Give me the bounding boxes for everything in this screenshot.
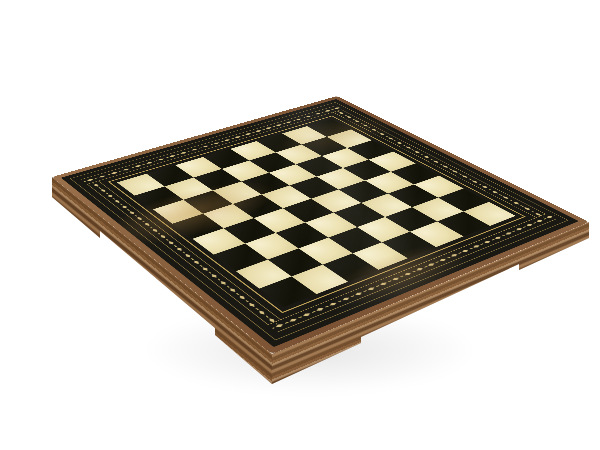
dot-inlay-icon	[113, 198, 115, 199]
diamond-inlay-icon	[328, 302, 338, 307]
diamond-inlay-icon	[523, 207, 532, 211]
diamond-inlay-icon	[122, 168, 130, 171]
dot-inlay-icon	[421, 154, 423, 155]
dot-inlay-icon	[377, 285, 380, 286]
dot-inlay-icon	[155, 160, 157, 161]
dot-inlay-icon	[340, 107, 342, 108]
diamond-inlay-icon	[212, 142, 220, 145]
diamond-inlay-icon	[157, 158, 165, 161]
dot-inlay-icon	[272, 327, 275, 329]
dot-inlay-icon	[339, 300, 342, 302]
dot-inlay-icon	[513, 230, 516, 231]
dot-inlay-icon	[544, 218, 547, 219]
dot-inlay-icon	[106, 193, 108, 194]
diamond-inlay-icon	[98, 175, 106, 178]
dot-inlay-icon	[313, 115, 315, 116]
inlay-motif	[119, 167, 133, 172]
dot-inlay-icon	[286, 322, 289, 324]
inlay-motif	[131, 164, 145, 169]
dot-inlay-icon	[448, 257, 451, 258]
dot-inlay-icon	[436, 261, 439, 262]
dot-inlay-icon	[521, 206, 523, 207]
dot-inlay-icon	[412, 150, 414, 151]
diamond-inlay-icon	[288, 318, 298, 323]
dot-inlay-icon	[232, 138, 234, 139]
dot-inlay-icon	[534, 222, 537, 223]
dot-inlay-icon	[353, 119, 355, 120]
diamond-inlay-icon	[302, 312, 312, 317]
dot-inlay-icon	[332, 109, 334, 110]
inlay-motif	[143, 160, 157, 165]
dot-inlay-icon	[431, 159, 433, 160]
dot-inlay-icon	[449, 169, 451, 170]
diamond-inlay-icon	[366, 286, 376, 291]
diamond-inlay-icon	[134, 165, 142, 168]
dot-inlay-icon	[440, 164, 442, 165]
dot-inlay-icon	[313, 311, 316, 313]
dot-inlay-icon	[500, 195, 502, 196]
diamond-inlay-icon	[247, 302, 256, 307]
dot-inlay-icon	[524, 226, 527, 227]
diamond-inlay-icon	[168, 155, 176, 158]
dot-inlay-icon	[389, 280, 392, 281]
dot-inlay-icon	[83, 181, 85, 182]
dot-inlay-icon	[345, 115, 347, 116]
inlay-motif	[95, 174, 109, 179]
dot-inlay-icon	[403, 145, 405, 146]
dot-inlay-icon	[150, 227, 152, 228]
dot-inlay-icon	[413, 271, 416, 272]
diamond-inlay-icon	[512, 201, 521, 205]
dot-inlay-icon	[510, 200, 512, 201]
dot-inlay-icon	[386, 136, 388, 137]
dot-inlay-icon	[256, 308, 259, 310]
diamond-inlay-icon	[110, 171, 118, 174]
dot-inlay-icon	[128, 210, 130, 211]
dot-inlay-icon	[326, 306, 329, 308]
dot-inlay-icon	[143, 221, 145, 222]
inlay-motif	[107, 171, 121, 176]
dot-inlay-icon	[352, 295, 355, 296]
dot-inlay-icon	[489, 189, 491, 190]
diamond-inlay-icon	[415, 267, 424, 271]
dot-inlay-icon	[479, 184, 481, 185]
diamond-inlay-icon	[238, 295, 247, 300]
diamond-inlay-icon	[267, 317, 276, 323]
dot-inlay-icon	[263, 129, 265, 130]
dot-inlay-icon	[120, 204, 122, 205]
dot-inlay-icon	[242, 135, 244, 136]
dot-inlay-icon	[189, 151, 191, 152]
dot-inlay-icon	[492, 239, 495, 240]
dot-inlay-icon	[200, 265, 203, 266]
diamond-inlay-icon	[403, 272, 412, 276]
dot-inlay-icon	[293, 120, 295, 121]
dot-inlay-icon	[481, 243, 484, 244]
dot-inlay-icon	[209, 272, 212, 273]
dot-inlay-icon	[92, 182, 94, 183]
dot-inlay-icon	[227, 286, 230, 287]
dot-inlay-icon	[132, 167, 134, 168]
dot-inlay-icon	[166, 239, 169, 240]
dot-inlay-icon	[553, 215, 556, 216]
dot-inlay-icon	[191, 259, 194, 260]
dot-inlay-icon	[532, 211, 535, 212]
dot-inlay-icon	[322, 112, 324, 113]
dot-inlay-icon	[299, 316, 302, 318]
dot-inlay-icon	[377, 132, 379, 133]
diamond-inlay-icon	[315, 307, 325, 312]
dot-inlay-icon	[135, 215, 137, 216]
dot-inlay-icon	[283, 123, 285, 124]
dot-inlay-icon	[459, 252, 462, 253]
dot-inlay-icon	[401, 275, 404, 276]
dot-inlay-icon	[253, 132, 255, 133]
dot-inlay-icon	[337, 111, 339, 112]
dot-inlay-icon	[158, 233, 160, 234]
product-photo	[0, 0, 600, 450]
diamond-inlay-icon	[391, 277, 400, 282]
diamond-inlay-icon	[191, 148, 199, 151]
diamond-inlay-icon	[354, 291, 364, 296]
dot-inlay-icon	[221, 141, 223, 142]
inlay-motif	[154, 157, 167, 162]
dot-inlay-icon	[237, 293, 240, 294]
dot-inlay-icon	[273, 126, 275, 127]
dot-inlay-icon	[361, 123, 363, 124]
dot-inlay-icon	[425, 266, 428, 267]
diamond-inlay-icon	[180, 151, 188, 154]
dot-inlay-icon	[99, 188, 101, 189]
dot-inlay-icon	[303, 117, 305, 118]
dot-inlay-icon	[246, 301, 249, 303]
diamond-inlay-icon	[223, 139, 231, 142]
dot-inlay-icon	[470, 248, 473, 249]
dot-inlay-icon	[364, 290, 367, 291]
dot-inlay-icon	[369, 127, 371, 128]
dot-inlay-icon	[143, 164, 145, 165]
inlay-motif	[285, 316, 302, 324]
diamond-inlay-icon	[202, 145, 210, 148]
dot-inlay-icon	[211, 144, 213, 145]
dot-inlay-icon	[266, 316, 269, 318]
dot-inlay-icon	[459, 174, 461, 175]
diamond-inlay-icon	[86, 178, 94, 181]
dot-inlay-icon	[183, 252, 186, 253]
dot-inlay-icon	[469, 179, 471, 180]
diamond-inlay-icon	[145, 161, 153, 164]
dot-inlay-icon	[395, 141, 397, 142]
dot-inlay-icon	[96, 178, 98, 179]
dot-inlay-icon	[200, 147, 202, 148]
diamond-inlay-icon	[228, 287, 237, 292]
diamond-inlay-icon	[379, 281, 389, 286]
dot-inlay-icon	[218, 279, 221, 280]
dot-inlay-icon	[174, 246, 177, 247]
inlay-motif	[298, 311, 314, 319]
dot-inlay-icon	[166, 157, 168, 158]
diamond-inlay-icon	[534, 212, 543, 216]
dot-inlay-icon	[178, 154, 180, 155]
diamond-inlay-icon	[257, 310, 266, 316]
diamond-inlay-icon	[341, 297, 351, 302]
dot-inlay-icon	[503, 235, 506, 236]
dot-inlay-icon	[108, 174, 110, 175]
dot-inlay-icon	[120, 171, 122, 172]
